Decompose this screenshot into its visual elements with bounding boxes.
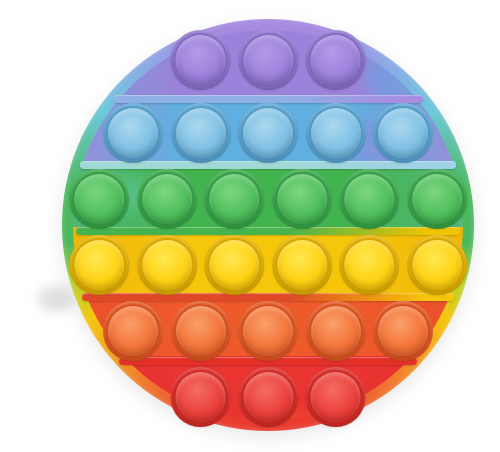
bubble-dome: [344, 174, 394, 224]
bubble-dome: [176, 372, 226, 422]
bubble-blue-3[interactable]: [238, 103, 298, 163]
bubble-dome: [378, 306, 428, 356]
bubble-dome: [311, 306, 361, 356]
bubble-dome: [311, 108, 361, 158]
bubble-dome: [311, 372, 361, 422]
row-divider: [113, 95, 423, 103]
bubble-purple-1[interactable]: [171, 30, 231, 90]
bubble-green-4[interactable]: [272, 169, 332, 229]
bubble-dome: [176, 35, 226, 85]
bubble-dome: [209, 174, 259, 224]
bubble-row-red: [171, 367, 366, 427]
bubble-blue-4[interactable]: [306, 103, 366, 163]
bubble-row-blue: [103, 103, 433, 163]
bubble-dome: [176, 306, 226, 356]
bubble-row-yellow: [69, 235, 467, 295]
bubble-yellow-5[interactable]: [339, 235, 399, 295]
bubble-orange-2[interactable]: [171, 301, 231, 361]
bubble-dome: [142, 240, 192, 290]
bubble-dome: [378, 108, 428, 158]
bubble-blue-5[interactable]: [373, 103, 433, 163]
bubble-orange-3[interactable]: [238, 301, 298, 361]
bubble-green-3[interactable]: [204, 169, 264, 229]
bubble-dome: [311, 35, 361, 85]
bubble-dome: [243, 306, 293, 356]
bubble-yellow-1[interactable]: [69, 235, 129, 295]
bubble-dome: [176, 108, 226, 158]
bubble-yellow-2[interactable]: [137, 235, 197, 295]
bubble-row-green: [69, 169, 467, 229]
bubble-purple-2[interactable]: [238, 30, 298, 90]
bubble-dome: [74, 174, 124, 224]
bubble-dome: [108, 306, 158, 356]
bubble-green-2[interactable]: [137, 169, 197, 229]
bubble-dome: [243, 108, 293, 158]
bubble-dome: [412, 174, 462, 224]
bubble-orange-1[interactable]: [103, 301, 163, 361]
bubble-row-purple: [171, 30, 366, 90]
bubble-orange-4[interactable]: [306, 301, 366, 361]
bubble-dome: [108, 108, 158, 158]
bubble-green-5[interactable]: [339, 169, 399, 229]
bubble-dome: [344, 240, 394, 290]
bubble-dome: [277, 240, 327, 290]
bubble-green-6[interactable]: [407, 169, 467, 229]
bubble-dome: [243, 35, 293, 85]
pop-it-toy: [62, 19, 474, 431]
bubble-red-1[interactable]: [171, 367, 231, 427]
bubble-dome: [209, 240, 259, 290]
bubble-red-2[interactable]: [238, 367, 298, 427]
bubble-dome: [277, 174, 327, 224]
bubble-orange-5[interactable]: [373, 301, 433, 361]
bubble-yellow-3[interactable]: [204, 235, 264, 295]
bubble-blue-1[interactable]: [103, 103, 163, 163]
bubble-yellow-6[interactable]: [407, 235, 467, 295]
product-photo-scene: [0, 0, 500, 452]
bubble-purple-3[interactable]: [306, 30, 366, 90]
bubble-blue-2[interactable]: [171, 103, 231, 163]
bubble-dome: [74, 240, 124, 290]
bubble-green-1[interactable]: [69, 169, 129, 229]
bubble-dome: [412, 240, 462, 290]
bubble-dome: [243, 372, 293, 422]
bubble-yellow-4[interactable]: [272, 235, 332, 295]
bubble-row-orange: [103, 301, 433, 361]
bubble-dome: [142, 174, 192, 224]
bubble-red-3[interactable]: [306, 367, 366, 427]
